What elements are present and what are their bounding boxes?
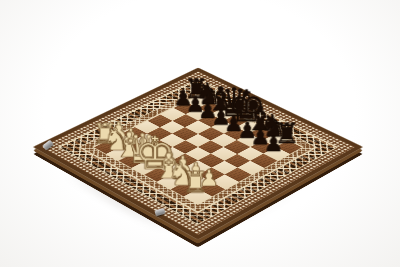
square-f5[interactable]	[211, 147, 237, 161]
square-h7[interactable]: ♟	[263, 147, 289, 161]
border-diamond-inlay: ♜♞♝♛♚♝♞♜♟♟♟♟♟♟♟♟♟♟♟♟♟♟♟♟♜♞♝♛♚♝♞♜	[60, 80, 336, 224]
photo-backdrop: ♜♞♝♛♚♝♞♜♟♟♟♟♟♟♟♟♟♟♟♟♟♟♟♟♜♞♝♛♚♝♞♜	[0, 0, 400, 267]
square-h1[interactable]: ♜	[184, 189, 211, 204]
square-h6[interactable]	[251, 154, 277, 168]
border-dot-inlay: ♜♞♝♛♚♝♞♜♟♟♟♟♟♟♟♟♟♟♟♟♟♟♟♟♜♞♝♛♚♝♞♜	[41, 71, 355, 235]
border-inlay-line: ♜♞♝♛♚♝♞♜♟♟♟♟♟♟♟♟♟♟♟♟♟♟♟♟♜♞♝♛♚♝♞♜	[58, 79, 338, 225]
square-e5[interactable]	[198, 140, 224, 153]
border-inlay-line: ♜♞♝♛♚♝♞♜♟♟♟♟♟♟♟♟♟♟♟♟♟♟♟♟♜♞♝♛♚♝♞♜	[92, 95, 304, 205]
scene: ♜♞♝♛♚♝♞♜♟♟♟♟♟♟♟♟♟♟♟♟♟♟♟♟♜♞♝♛♚♝♞♜	[0, 0, 400, 267]
piece-white-rook[interactable]: ♜	[164, 168, 227, 197]
chess-board: ♜♞♝♛♚♝♞♜♟♟♟♟♟♟♟♟♟♟♟♟♟♟♟♟♜♞♝♛♚♝♞♜	[33, 67, 364, 240]
border-small-diamond-inlay: ♜♞♝♛♚♝♞♜♟♟♟♟♟♟♟♟♟♟♟♟♟♟♟♟♜♞♝♛♚♝♞♜	[81, 89, 316, 211]
board-grid: ♜♞♝♛♚♝♞♜♟♟♟♟♟♟♟♟♟♟♟♟♟♟♟♟♜♞♝♛♚♝♞♜	[94, 96, 302, 204]
piece-black-pawn[interactable]: ♟	[244, 133, 304, 155]
